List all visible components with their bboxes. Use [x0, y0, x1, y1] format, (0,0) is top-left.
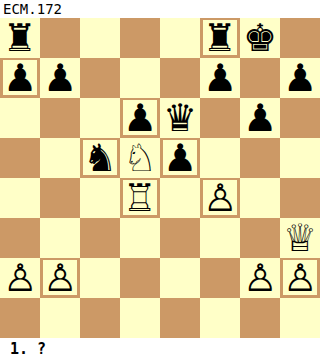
- piece-black-rook[interactable]: ♜: [200, 18, 240, 58]
- square-g3[interactable]: [240, 218, 280, 258]
- piece-white-pawn[interactable]: ♙: [280, 258, 320, 298]
- square-d4[interactable]: ♖: [120, 178, 160, 218]
- square-d5[interactable]: ♘: [120, 138, 160, 178]
- square-e6[interactable]: ♛: [160, 98, 200, 138]
- square-h5[interactable]: [280, 138, 320, 178]
- square-d6[interactable]: ♟: [120, 98, 160, 138]
- piece-black-king[interactable]: ♚: [240, 18, 280, 58]
- piece-black-rook[interactable]: ♜: [0, 18, 40, 58]
- piece-black-pawn[interactable]: ♟: [120, 98, 160, 138]
- square-c5[interactable]: ♞: [80, 138, 120, 178]
- square-b2[interactable]: ♙: [40, 258, 80, 298]
- square-f2[interactable]: [200, 258, 240, 298]
- move-prompt: 1. ?: [0, 338, 320, 360]
- piece-white-pawn[interactable]: ♙: [240, 258, 280, 298]
- square-g5[interactable]: [240, 138, 280, 178]
- piece-white-queen[interactable]: ♕: [280, 218, 320, 258]
- square-f5[interactable]: [200, 138, 240, 178]
- square-f3[interactable]: [200, 218, 240, 258]
- piece-black-pawn[interactable]: ♟: [40, 58, 80, 98]
- square-g4[interactable]: [240, 178, 280, 218]
- square-f7[interactable]: ♟: [200, 58, 240, 98]
- square-g2[interactable]: ♙: [240, 258, 280, 298]
- piece-white-pawn[interactable]: ♙: [0, 258, 40, 298]
- square-c6[interactable]: [80, 98, 120, 138]
- square-a8[interactable]: ♜: [0, 18, 40, 58]
- square-g7[interactable]: [240, 58, 280, 98]
- piece-white-knight[interactable]: ♘: [120, 138, 160, 178]
- square-c2[interactable]: [80, 258, 120, 298]
- piece-black-knight[interactable]: ♞: [80, 138, 120, 178]
- square-g8[interactable]: ♚: [240, 18, 280, 58]
- piece-black-pawn[interactable]: ♟: [280, 58, 320, 98]
- square-c3[interactable]: [80, 218, 120, 258]
- square-b7[interactable]: ♟: [40, 58, 80, 98]
- piece-black-pawn[interactable]: ♟: [240, 98, 280, 138]
- square-f1[interactable]: [200, 298, 240, 338]
- square-b6[interactable]: [40, 98, 80, 138]
- square-f4[interactable]: ♙: [200, 178, 240, 218]
- square-a6[interactable]: [0, 98, 40, 138]
- square-a7[interactable]: ♟: [0, 58, 40, 98]
- square-b5[interactable]: [40, 138, 80, 178]
- piece-white-pawn[interactable]: ♙: [200, 178, 240, 218]
- square-e8[interactable]: [160, 18, 200, 58]
- square-b8[interactable]: [40, 18, 80, 58]
- piece-black-queen[interactable]: ♛: [160, 98, 200, 138]
- square-h2[interactable]: ♙: [280, 258, 320, 298]
- piece-white-rook[interactable]: ♖: [120, 178, 160, 218]
- square-f6[interactable]: [200, 98, 240, 138]
- square-c1[interactable]: [80, 298, 120, 338]
- square-g1[interactable]: [240, 298, 280, 338]
- square-h7[interactable]: ♟: [280, 58, 320, 98]
- square-e5[interactable]: ♟: [160, 138, 200, 178]
- square-a5[interactable]: [0, 138, 40, 178]
- square-h4[interactable]: [280, 178, 320, 218]
- square-c7[interactable]: [80, 58, 120, 98]
- square-d3[interactable]: [120, 218, 160, 258]
- square-d7[interactable]: [120, 58, 160, 98]
- piece-white-pawn[interactable]: ♙: [40, 258, 80, 298]
- square-e2[interactable]: [160, 258, 200, 298]
- square-e4[interactable]: [160, 178, 200, 218]
- square-a2[interactable]: ♙: [0, 258, 40, 298]
- square-c8[interactable]: [80, 18, 120, 58]
- square-b1[interactable]: [40, 298, 80, 338]
- square-a1[interactable]: [0, 298, 40, 338]
- square-e1[interactable]: [160, 298, 200, 338]
- square-h6[interactable]: [280, 98, 320, 138]
- square-e7[interactable]: [160, 58, 200, 98]
- square-b3[interactable]: [40, 218, 80, 258]
- square-a3[interactable]: [0, 218, 40, 258]
- square-d2[interactable]: [120, 258, 160, 298]
- square-e3[interactable]: [160, 218, 200, 258]
- square-h1[interactable]: [280, 298, 320, 338]
- piece-black-pawn[interactable]: ♟: [160, 138, 200, 178]
- square-c4[interactable]: [80, 178, 120, 218]
- square-f8[interactable]: ♜: [200, 18, 240, 58]
- square-h8[interactable]: [280, 18, 320, 58]
- square-a4[interactable]: [0, 178, 40, 218]
- square-d8[interactable]: [120, 18, 160, 58]
- square-g6[interactable]: ♟: [240, 98, 280, 138]
- piece-black-pawn[interactable]: ♟: [200, 58, 240, 98]
- chess-puzzle-page: ECM.172 ♜♜♚♟♟♟♟♟♛♟♞♘♟♖♙♕♙♙♙♙ 1. ?: [0, 0, 320, 360]
- square-h3[interactable]: ♕: [280, 218, 320, 258]
- chess-board: ♜♜♚♟♟♟♟♟♛♟♞♘♟♖♙♕♙♙♙♙: [0, 18, 320, 338]
- square-d1[interactable]: [120, 298, 160, 338]
- piece-black-pawn[interactable]: ♟: [0, 58, 40, 98]
- square-b4[interactable]: [40, 178, 80, 218]
